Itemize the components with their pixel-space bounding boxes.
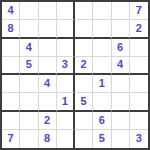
cell-r1c2[interactable] <box>20 2 38 20</box>
cell-r3c5[interactable] <box>75 39 93 57</box>
cell-r5c3[interactable]: 4 <box>39 75 57 93</box>
cell-r6c5[interactable]: 5 <box>75 93 93 111</box>
cell-r4c6[interactable] <box>93 57 111 75</box>
cell-r6c6[interactable] <box>93 93 111 111</box>
cell-r7c6[interactable]: 6 <box>93 112 111 130</box>
cell-r4c2[interactable]: 5 <box>20 57 38 75</box>
cell-r2c3[interactable] <box>39 20 57 38</box>
cell-r6c1[interactable] <box>2 93 20 111</box>
cell-r5c6[interactable]: 1 <box>93 75 111 93</box>
cell-r4c5[interactable]: 2 <box>75 57 93 75</box>
cell-r1c4[interactable] <box>57 2 75 20</box>
cell-r3c1[interactable] <box>2 39 20 57</box>
cell-r2c8[interactable]: 2 <box>130 20 148 38</box>
cell-r1c7[interactable] <box>112 2 130 20</box>
cell-r8c1[interactable]: 7 <box>2 130 20 148</box>
cell-r5c4[interactable] <box>57 75 75 93</box>
cell-r4c1[interactable] <box>2 57 20 75</box>
cell-r2c2[interactable] <box>20 20 38 38</box>
cell-r7c1[interactable] <box>2 112 20 130</box>
cell-r8c8[interactable]: 3 <box>130 130 148 148</box>
cell-r4c8[interactable] <box>130 57 148 75</box>
cell-r6c3[interactable] <box>39 93 57 111</box>
cell-r3c7[interactable]: 6 <box>112 39 130 57</box>
cell-r2c7[interactable] <box>112 20 130 38</box>
cell-r7c3[interactable]: 2 <box>39 112 57 130</box>
cell-r1c5[interactable] <box>75 2 93 20</box>
cell-r7c7[interactable] <box>112 112 130 130</box>
sudoku-board: 47824653244115267853 <box>0 0 150 150</box>
cell-r5c7[interactable] <box>112 75 130 93</box>
cell-r7c8[interactable] <box>130 112 148 130</box>
cell-r5c8[interactable] <box>130 75 148 93</box>
cell-r2c6[interactable] <box>93 20 111 38</box>
cell-r3c2[interactable]: 4 <box>20 39 38 57</box>
cell-r4c7[interactable]: 4 <box>112 57 130 75</box>
cell-r8c7[interactable] <box>112 130 130 148</box>
cell-r5c5[interactable] <box>75 75 93 93</box>
cell-r4c3[interactable] <box>39 57 57 75</box>
cell-r3c8[interactable] <box>130 39 148 57</box>
cell-r8c6[interactable]: 5 <box>93 130 111 148</box>
cell-r1c8[interactable]: 7 <box>130 2 148 20</box>
cell-r6c7[interactable] <box>112 93 130 111</box>
cell-r8c5[interactable] <box>75 130 93 148</box>
cell-r3c6[interactable] <box>93 39 111 57</box>
cell-r3c4[interactable] <box>57 39 75 57</box>
cell-r6c8[interactable] <box>130 93 148 111</box>
cell-r8c4[interactable] <box>57 130 75 148</box>
cell-r2c4[interactable] <box>57 20 75 38</box>
cell-r6c4[interactable]: 1 <box>57 93 75 111</box>
cell-r8c2[interactable] <box>20 130 38 148</box>
cell-r4c4[interactable]: 3 <box>57 57 75 75</box>
cell-r7c4[interactable] <box>57 112 75 130</box>
cell-r5c1[interactable] <box>2 75 20 93</box>
cell-r8c3[interactable]: 8 <box>39 130 57 148</box>
cell-r2c5[interactable] <box>75 20 93 38</box>
cell-r5c2[interactable] <box>20 75 38 93</box>
cell-r1c3[interactable] <box>39 2 57 20</box>
cell-r6c2[interactable] <box>20 93 38 111</box>
cell-r2c1[interactable]: 8 <box>2 20 20 38</box>
cell-r1c6[interactable] <box>93 2 111 20</box>
cell-r1c1[interactable]: 4 <box>2 2 20 20</box>
cell-r7c2[interactable] <box>20 112 38 130</box>
cell-r7c5[interactable] <box>75 112 93 130</box>
cell-r3c3[interactable] <box>39 39 57 57</box>
